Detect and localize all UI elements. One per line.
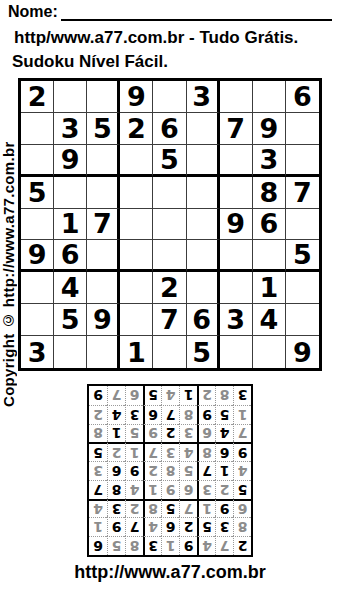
solution-cell-r4c3: 3 xyxy=(197,480,215,499)
solution-cell-r2c3: 5 xyxy=(197,517,215,536)
solution-cell-r8c1: 1 xyxy=(233,405,251,424)
header: Nome: http/www.a77.com.br - Tudo Grátis.… xyxy=(8,3,332,71)
cell-r4c8: 8 xyxy=(253,177,286,209)
solution-cell-r3c9: 4 xyxy=(89,499,107,518)
cell-r5c4[interactable] xyxy=(120,209,153,241)
cell-r2c7: 7 xyxy=(220,113,253,145)
cell-r1c9: 6 xyxy=(286,81,319,113)
cell-r2c3: 5 xyxy=(87,113,120,145)
solution-cell-r7c2: 4 xyxy=(215,424,233,443)
cell-r7c6[interactable] xyxy=(187,272,220,304)
cell-r2c4: 2 xyxy=(120,113,153,145)
cell-r6c1: 9 xyxy=(21,240,54,272)
solution-cell-r5c8: 6 xyxy=(107,461,125,480)
solution-cell-r1c5: 1 xyxy=(161,536,179,555)
solution-cell-r2c5: 6 xyxy=(161,517,179,536)
cell-r4c9: 7 xyxy=(286,177,319,209)
cell-r1c7[interactable] xyxy=(220,81,253,113)
cell-r7c7[interactable] xyxy=(220,272,253,304)
solution-cell-r3c2: 9 xyxy=(215,499,233,518)
solution-cell-r6c5: 3 xyxy=(161,442,179,461)
cell-r4c5[interactable] xyxy=(153,177,186,209)
solution-cell-r4c4: 6 xyxy=(179,480,197,499)
cell-r6c9: 5 xyxy=(286,240,319,272)
solution-cell-r2c6: 4 xyxy=(143,517,161,536)
solution-cell-r4c9: 7 xyxy=(89,480,107,499)
cell-r5c3: 7 xyxy=(87,209,120,241)
solution-cell-r5c1: 4 xyxy=(233,461,251,480)
solution-cell-r8c7: 3 xyxy=(125,405,143,424)
cell-r7c5: 2 xyxy=(153,272,186,304)
solution-cell-r1c6: 3 xyxy=(143,536,161,555)
solution-cell-r1c9: 6 xyxy=(89,536,107,555)
cell-r9c2[interactable] xyxy=(54,336,87,368)
solution-cell-r5c6: 2 xyxy=(143,461,161,480)
cell-r4c6[interactable] xyxy=(187,177,220,209)
solution-cell-r2c8: 9 xyxy=(107,517,125,536)
solution-cell-r2c9: 1 xyxy=(89,517,107,536)
cell-r6c6[interactable] xyxy=(187,240,220,272)
name-label: Nome: xyxy=(8,3,58,21)
cell-r2c2: 3 xyxy=(54,113,87,145)
solution-cell-r8c9: 2 xyxy=(89,405,107,424)
solution-cell-r3c1: 6 xyxy=(233,499,251,518)
solution-cell-r9c2: 8 xyxy=(215,386,233,405)
solution-cell-r8c3: 9 xyxy=(197,405,215,424)
solution-cell-r2c7: 7 xyxy=(125,517,143,536)
cell-r7c3[interactable] xyxy=(87,272,120,304)
solution-cell-r9c4: 1 xyxy=(179,386,197,405)
solution-cell-r2c2: 3 xyxy=(215,517,233,536)
cell-r3c7[interactable] xyxy=(220,145,253,177)
cell-r9c3[interactable] xyxy=(87,336,120,368)
solution-cell-r3c4: 7 xyxy=(179,499,197,518)
solution-cell-r8c6: 6 xyxy=(143,405,161,424)
solution-cell-r4c5: 9 xyxy=(161,480,179,499)
solution-cell-r3c7: 2 xyxy=(125,499,143,518)
solution-cell-r9c9: 9 xyxy=(89,386,107,405)
solution-cell-r6c9: 5 xyxy=(89,442,107,461)
cell-r1c8[interactable] xyxy=(253,81,286,113)
solution-cell-r6c4: 4 xyxy=(179,442,197,461)
solution-cell-r4c7: 4 xyxy=(125,480,143,499)
cell-r8c9[interactable] xyxy=(286,304,319,336)
cell-r4c3[interactable] xyxy=(87,177,120,209)
solution-cell-r5c3: 7 xyxy=(197,461,215,480)
cell-r8c1[interactable] xyxy=(21,304,54,336)
solution-cell-r9c7: 6 xyxy=(125,386,143,405)
sudoku-worksheet-page: Nome: http/www.a77.com.br - Tudo Grátis.… xyxy=(0,0,340,596)
solution-cell-r9c1: 3 xyxy=(233,386,251,405)
solution-cell-r5c9: 3 xyxy=(89,461,107,480)
cell-r5c9[interactable] xyxy=(286,209,319,241)
cell-r8c3: 9 xyxy=(87,304,120,336)
cell-r5c6[interactable] xyxy=(187,209,220,241)
cell-r5c5[interactable] xyxy=(153,209,186,241)
cell-r2c9[interactable] xyxy=(286,113,319,145)
cell-r9c4: 1 xyxy=(120,336,153,368)
solution-cell-r3c6: 8 xyxy=(143,499,161,518)
solution-cell-r9c8: 7 xyxy=(107,386,125,405)
solution-cell-r8c4: 8 xyxy=(179,405,197,424)
solution-cell-r4c8: 8 xyxy=(107,480,125,499)
cell-r6c4[interactable] xyxy=(120,240,153,272)
cell-r9c5[interactable] xyxy=(153,336,186,368)
solution-cell-r1c1: 2 xyxy=(233,536,251,555)
cell-r9c9: 9 xyxy=(286,336,319,368)
cell-r5c2: 1 xyxy=(54,209,87,241)
solution-cell-r9c3: 2 xyxy=(197,386,215,405)
solution-grid: 2749138568352647916917582345236914874175… xyxy=(87,384,253,557)
cell-r8c6: 6 xyxy=(187,304,220,336)
solution-cell-r7c6: 9 xyxy=(143,424,161,443)
cell-r3c9[interactable] xyxy=(286,145,319,177)
solution-cell-r5c2: 1 xyxy=(215,461,233,480)
footer-url[interactable]: http://www.a77.com.br xyxy=(0,562,340,583)
cell-r6c7[interactable] xyxy=(220,240,253,272)
cell-r2c5: 6 xyxy=(153,113,186,145)
cell-r1c4: 9 xyxy=(120,81,153,113)
solution-cell-r6c8: 2 xyxy=(107,442,125,461)
solution-cell-r7c4: 3 xyxy=(179,424,197,443)
cell-r5c1[interactable] xyxy=(21,209,54,241)
cell-r3c6[interactable] xyxy=(187,145,220,177)
solution-cell-r9c5: 4 xyxy=(161,386,179,405)
puzzle-grid: 293635267995358717969654215976343159 xyxy=(18,78,322,371)
solution-cell-r3c3: 1 xyxy=(197,499,215,518)
cell-r8c2: 5 xyxy=(54,304,87,336)
cell-r3c5: 5 xyxy=(153,145,186,177)
cell-r4c7[interactable] xyxy=(220,177,253,209)
solution-cell-r6c3: 8 xyxy=(197,442,215,461)
cell-r6c2: 6 xyxy=(54,240,87,272)
cell-r7c4[interactable] xyxy=(120,272,153,304)
solution-cell-r3c8: 3 xyxy=(107,499,125,518)
solution-cell-r8c8: 4 xyxy=(107,405,125,424)
cell-r5c7: 9 xyxy=(220,209,253,241)
solution-cell-r1c2: 7 xyxy=(215,536,233,555)
solution-cell-r8c5: 7 xyxy=(161,405,179,424)
solution-cell-r6c2: 6 xyxy=(215,442,233,461)
cell-r2c8: 9 xyxy=(253,113,286,145)
cell-r4c1: 5 xyxy=(21,177,54,209)
cell-r1c1: 2 xyxy=(21,81,54,113)
solution-cell-r1c3: 4 xyxy=(197,536,215,555)
cell-r8c4[interactable] xyxy=(120,304,153,336)
cell-r1c3[interactable] xyxy=(87,81,120,113)
cell-r8c8: 4 xyxy=(253,304,286,336)
cell-r8c7: 3 xyxy=(220,304,253,336)
cell-r2c1[interactable] xyxy=(21,113,54,145)
cell-r1c5[interactable] xyxy=(153,81,186,113)
cell-r9c6: 5 xyxy=(187,336,220,368)
solution-cell-r7c8: 1 xyxy=(107,424,125,443)
cell-r3c3[interactable] xyxy=(87,145,120,177)
solution-cell-r7c9: 8 xyxy=(89,424,107,443)
cell-r6c8[interactable] xyxy=(253,240,286,272)
solution-cell-r1c4: 9 xyxy=(179,536,197,555)
solution-cell-r4c1: 5 xyxy=(233,480,251,499)
name-fill-line xyxy=(61,6,332,21)
cell-r3c8: 3 xyxy=(253,145,286,177)
cell-r3c4[interactable] xyxy=(120,145,153,177)
solution-cell-r7c7: 5 xyxy=(125,424,143,443)
solution-cell-r6c1: 9 xyxy=(233,442,251,461)
solution-cell-r7c5: 2 xyxy=(161,424,179,443)
solution-cell-r4c2: 2 xyxy=(215,480,233,499)
cell-r7c1[interactable] xyxy=(21,272,54,304)
cell-r2c6[interactable] xyxy=(187,113,220,145)
solution-cell-r5c4: 5 xyxy=(179,461,197,480)
cell-r8c5: 7 xyxy=(153,304,186,336)
solution-cell-r4c6: 1 xyxy=(143,480,161,499)
copyright-vertical-text: Copyright © http://www.a77.com.br xyxy=(0,84,17,464)
solution-cell-r7c3: 6 xyxy=(197,424,215,443)
solution-cell-r1c8: 5 xyxy=(107,536,125,555)
solution-cell-r3c5: 5 xyxy=(161,499,179,518)
solution-cell-r1c7: 8 xyxy=(125,536,143,555)
cell-r7c8: 1 xyxy=(253,272,286,304)
solution-cell-r9c6: 5 xyxy=(143,386,161,405)
cell-r9c7[interactable] xyxy=(220,336,253,368)
cell-r7c9[interactable] xyxy=(286,272,319,304)
solution-cell-r5c7: 9 xyxy=(125,461,143,480)
difficulty-title: Sudoku Nível Fácil. xyxy=(12,52,332,71)
solution-cell-r8c2: 5 xyxy=(215,405,233,424)
solution-cell-r6c7: 1 xyxy=(125,442,143,461)
solution-cell-r2c1: 8 xyxy=(233,517,251,536)
cell-r1c2[interactable] xyxy=(54,81,87,113)
solution-cell-r6c6: 7 xyxy=(143,442,161,461)
cell-r5c8: 6 xyxy=(253,209,286,241)
solution-cell-r2c4: 2 xyxy=(179,517,197,536)
cell-r9c1: 3 xyxy=(21,336,54,368)
cell-r4c4[interactable] xyxy=(120,177,153,209)
cell-r6c3[interactable] xyxy=(87,240,120,272)
cell-r9c8[interactable] xyxy=(253,336,286,368)
name-row: Nome: xyxy=(8,3,332,21)
solution-cell-r7c1: 7 xyxy=(233,424,251,443)
cell-r4c2[interactable] xyxy=(54,177,87,209)
cell-r3c2: 9 xyxy=(54,145,87,177)
cell-r7c2: 4 xyxy=(54,272,87,304)
cell-r1c6: 3 xyxy=(187,81,220,113)
cell-r6c5[interactable] xyxy=(153,240,186,272)
cell-r3c1[interactable] xyxy=(21,145,54,177)
site-title: http/www.a77.com.br - Tudo Grátis. xyxy=(14,28,332,47)
solution-cell-r5c5: 8 xyxy=(161,461,179,480)
